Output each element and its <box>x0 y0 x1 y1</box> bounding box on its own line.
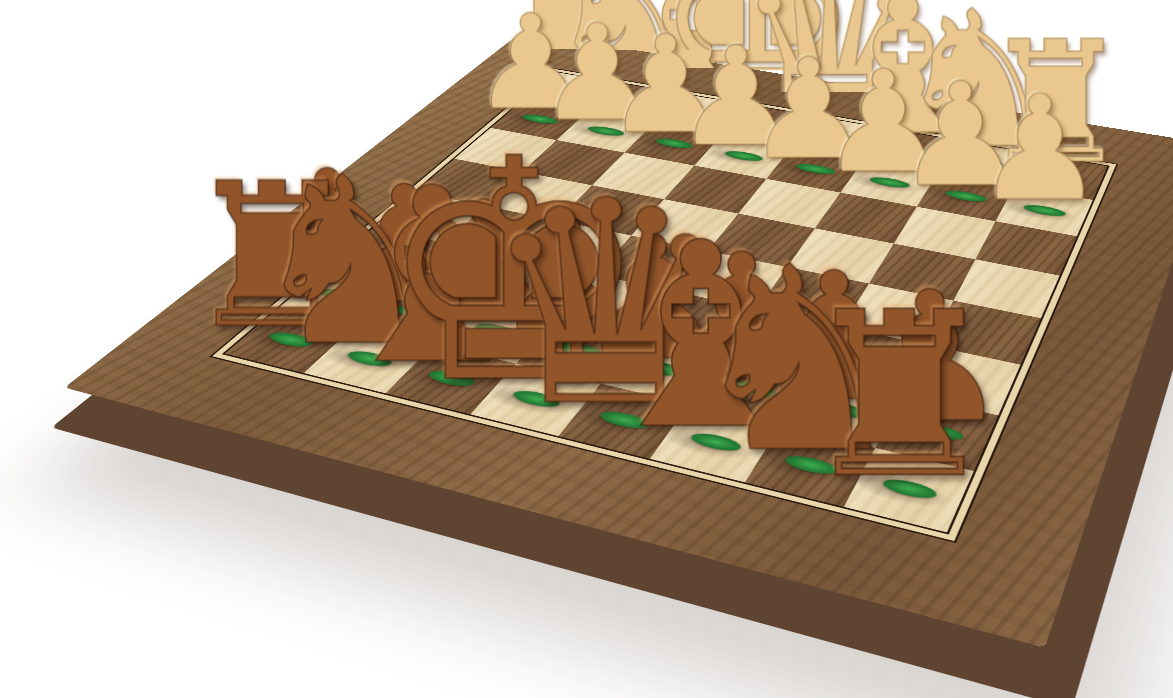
piece-white-pawn[interactable]: ♟ <box>975 75 1105 220</box>
product-photo-scene: ♜♞♝♚♛♝♞♜♟♟♟♟♟♟♟♟♟♟♟♟♟♟♟♟♜♞♝♚♛♝♞♜ <box>0 0 1173 698</box>
piece-black-rook[interactable]: ♜ <box>798 282 1002 509</box>
board-pieces: ♜♞♝♚♛♝♞♜♟♟♟♟♟♟♟♟♟♟♟♟♟♟♟♟♜♞♝♚♛♝♞♜ <box>225 72 1108 532</box>
chessboard: ♜♞♝♚♛♝♞♜♟♟♟♟♟♟♟♟♟♟♟♟♟♟♟♟♜♞♝♚♛♝♞♜ <box>64 32 1173 648</box>
